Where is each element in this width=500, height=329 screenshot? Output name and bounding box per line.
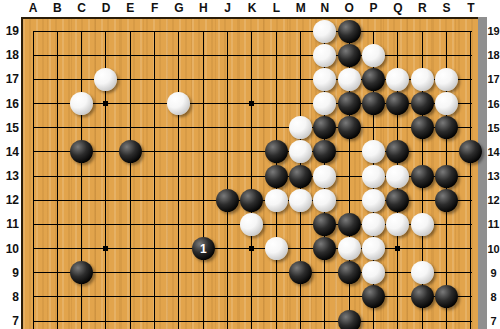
stone-white-P12[interactable]: [362, 189, 385, 212]
col-label-H: H: [192, 0, 214, 17]
star-point-K16: [249, 101, 254, 106]
stone-black-R8[interactable]: [411, 285, 434, 308]
grid-line-col-B: [57, 31, 58, 329]
grid-line-col-K: [251, 31, 252, 329]
stone-black-O18[interactable]: [338, 44, 361, 67]
grid-line-row-9: [33, 272, 472, 273]
stone-white-N18[interactable]: [313, 44, 336, 67]
row-label-right-17: 17: [487, 71, 500, 87]
row-label-right-15: 15: [487, 120, 500, 136]
row-label-left-11: 11: [0, 216, 19, 232]
row-label-right-14: 14: [487, 144, 500, 160]
grid-line-col-H: [203, 31, 204, 329]
grid-line-row-8: [33, 296, 472, 297]
star-point-D10: [103, 246, 108, 251]
col-label-J: J: [217, 0, 239, 17]
stone-white-L12[interactable]: [265, 189, 288, 212]
stone-black-O16[interactable]: [338, 92, 361, 115]
row-label-right-19: 19: [487, 23, 500, 39]
col-label-S: S: [436, 0, 458, 17]
row-label-left-13: 13: [0, 168, 19, 184]
col-label-K: K: [241, 0, 263, 17]
row-label-left-9: 9: [0, 265, 19, 281]
col-label-R: R: [411, 0, 433, 17]
grid-line-row-19: [33, 31, 472, 32]
col-label-P: P: [363, 0, 385, 17]
col-label-Q: Q: [387, 0, 409, 17]
col-label-M: M: [290, 0, 312, 17]
stone-white-N12[interactable]: [313, 189, 336, 212]
grid-line-col-A: [33, 31, 34, 329]
col-label-N: N: [314, 0, 336, 17]
stone-white-C16[interactable]: [70, 92, 93, 115]
col-label-G: G: [168, 0, 190, 17]
stone-black-P16[interactable]: [362, 92, 385, 115]
row-label-left-8: 8: [0, 289, 19, 305]
star-point-K10: [249, 246, 254, 251]
row-label-left-18: 18: [0, 47, 19, 63]
row-label-left-15: 15: [0, 120, 19, 136]
col-label-F: F: [144, 0, 166, 17]
col-label-E: E: [119, 0, 141, 17]
go-diagram: ABCDEFGHJKLMNOPQRST191918181717161615151…: [0, 0, 500, 329]
grid-line-row-7: [33, 321, 472, 322]
col-label-B: B: [46, 0, 68, 17]
row-label-left-16: 16: [0, 96, 19, 112]
stone-black-S12[interactable]: [435, 189, 458, 212]
stone-black-O9[interactable]: [338, 261, 361, 284]
stone-black-O15[interactable]: [338, 116, 361, 139]
star-point-Q10: [395, 246, 400, 251]
stone-black-M13[interactable]: [289, 165, 312, 188]
row-label-right-7: 7: [487, 313, 500, 329]
stone-black-L13[interactable]: [265, 165, 288, 188]
stone-white-P11[interactable]: [362, 213, 385, 236]
stone-black-Q12[interactable]: [386, 189, 409, 212]
row-label-left-12: 12: [0, 192, 19, 208]
col-label-C: C: [71, 0, 93, 17]
stone-white-M12[interactable]: [289, 189, 312, 212]
stone-white-Q13[interactable]: [386, 165, 409, 188]
row-label-right-11: 11: [487, 216, 500, 232]
grid-line-col-T: [470, 31, 471, 329]
row-label-left-7: 7: [0, 313, 19, 329]
row-label-left-10: 10: [0, 241, 19, 257]
col-label-L: L: [265, 0, 287, 17]
stone-white-S16[interactable]: [435, 92, 458, 115]
col-label-O: O: [338, 0, 360, 17]
stone-white-N19[interactable]: [313, 20, 336, 43]
stone-black-J12[interactable]: [216, 189, 239, 212]
stone-black-L14[interactable]: [265, 140, 288, 163]
row-label-right-13: 13: [487, 168, 500, 184]
stone-white-P13[interactable]: [362, 165, 385, 188]
grid-line-col-C: [81, 31, 82, 329]
stone-white-P18[interactable]: [362, 44, 385, 67]
goban[interactable]: [21, 17, 478, 329]
stone-black-O11[interactable]: [338, 213, 361, 236]
col-label-D: D: [95, 0, 117, 17]
row-label-right-18: 18: [487, 47, 500, 63]
move-number-label: 1: [200, 243, 207, 255]
grid-line-col-J: [227, 31, 228, 329]
stone-white-R17[interactable]: [411, 68, 434, 91]
row-label-left-19: 19: [0, 23, 19, 39]
stone-white-R9[interactable]: [411, 261, 434, 284]
grid-line-col-G: [178, 31, 179, 329]
stone-white-O17[interactable]: [338, 68, 361, 91]
board-edge-shadow: [478, 17, 487, 329]
stone-black-O19[interactable]: [338, 20, 361, 43]
row-label-right-16: 16: [487, 96, 500, 112]
row-label-right-10: 10: [487, 241, 500, 257]
stone-black-R16[interactable]: [411, 92, 434, 115]
stone-black-O7[interactable]: [338, 310, 361, 329]
row-label-right-12: 12: [487, 192, 500, 208]
grid-line-row-18: [33, 55, 472, 56]
stone-black-P17[interactable]: [362, 68, 385, 91]
stone-white-L10[interactable]: [265, 237, 288, 260]
grid-line-col-E: [130, 31, 131, 329]
row-label-left-14: 14: [0, 144, 19, 160]
star-point-D16: [103, 101, 108, 106]
row-label-right-9: 9: [487, 265, 500, 281]
row-label-right-8: 8: [487, 289, 500, 305]
stone-black-S13[interactable]: [435, 165, 458, 188]
stone-white-O10[interactable]: [338, 237, 361, 260]
stone-black-R13[interactable]: [411, 165, 434, 188]
grid-line-col-F: [154, 31, 155, 329]
stone-black-E14[interactable]: [119, 140, 142, 163]
stone-white-N13[interactable]: [313, 165, 336, 188]
stone-white-S17[interactable]: [435, 68, 458, 91]
row-label-left-17: 17: [0, 71, 19, 87]
stone-black-R15[interactable]: [411, 116, 434, 139]
stone-white-P10[interactable]: [362, 237, 385, 260]
grid-line-row-15: [33, 127, 472, 128]
col-label-T: T: [460, 0, 482, 17]
stone-white-R11[interactable]: [411, 213, 434, 236]
stone-black-H10[interactable]: 1: [192, 237, 215, 260]
col-label-A: A: [22, 0, 44, 17]
